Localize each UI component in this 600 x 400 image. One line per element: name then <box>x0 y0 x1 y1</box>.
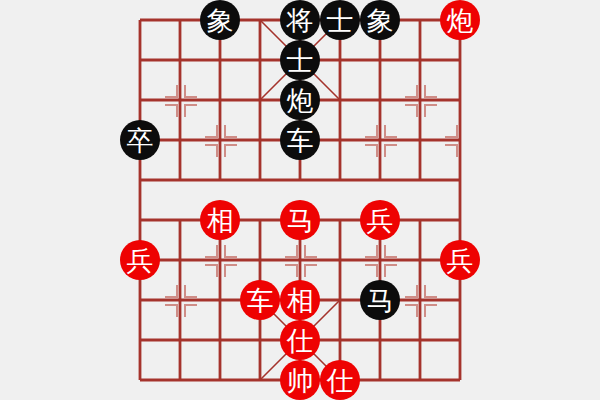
black-advisor[interactable]: 士 <box>320 0 360 40</box>
red-elephant[interactable]: 相 <box>280 280 320 320</box>
black-general[interactable]: 将 <box>280 0 320 40</box>
red-horse[interactable]: 马 <box>280 200 320 240</box>
black-horse[interactable]: 马 <box>360 280 400 320</box>
red-soldier[interactable]: 兵 <box>120 240 160 280</box>
black-advisor[interactable]: 士 <box>280 40 320 80</box>
black-soldier[interactable]: 卒 <box>120 120 160 160</box>
red-elephant[interactable]: 相 <box>200 200 240 240</box>
black-cannon[interactable]: 炮 <box>280 80 320 120</box>
xiangqi-board: 象将士象炮士炮卒车相马兵兵兵车相马仕帅仕 <box>0 0 600 400</box>
red-soldier[interactable]: 兵 <box>440 240 480 280</box>
xiangqi-app: 象将士象炮士炮卒车相马兵兵兵车相马仕帅仕 <box>0 0 600 400</box>
red-advisor[interactable]: 仕 <box>320 360 360 400</box>
black-chariot[interactable]: 车 <box>280 120 320 160</box>
red-advisor[interactable]: 仕 <box>280 320 320 360</box>
black-elephant[interactable]: 象 <box>200 0 240 40</box>
red-soldier[interactable]: 兵 <box>360 200 400 240</box>
red-chariot[interactable]: 车 <box>240 280 280 320</box>
black-elephant[interactable]: 象 <box>360 0 400 40</box>
red-general[interactable]: 帅 <box>280 360 320 400</box>
red-cannon[interactable]: 炮 <box>440 0 480 40</box>
